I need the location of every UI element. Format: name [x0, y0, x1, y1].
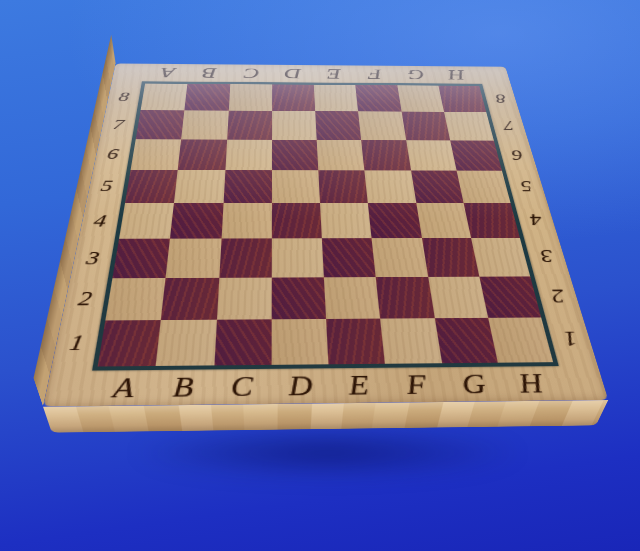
square-g5 [411, 170, 464, 203]
file-label-b: B [151, 369, 213, 405]
rank-label-4: 4 [514, 203, 558, 238]
square-h3 [471, 238, 530, 276]
square-e8 [314, 85, 358, 112]
file-label-f: F [386, 367, 448, 402]
square-a2 [105, 278, 165, 321]
square-f7 [358, 111, 405, 139]
chessboard: ABCDEFGH ABCDEFGH 87654321 87654321 [43, 63, 608, 406]
square-c7 [227, 111, 272, 140]
square-a5 [125, 170, 178, 203]
square-h7 [444, 112, 494, 140]
rank-labels-right: 87654321 [483, 86, 597, 362]
rank-label-3: 3 [524, 238, 570, 276]
rank-label-2: 2 [534, 276, 582, 317]
square-g8 [397, 85, 444, 112]
square-b5 [174, 170, 225, 203]
board-top-face: ABCDEFGH ABCDEFGH 87654321 87654321 [43, 63, 608, 406]
square-d7 [272, 111, 317, 140]
square-e1 [326, 318, 385, 364]
square-h2 [479, 276, 541, 318]
square-b2 [161, 277, 219, 319]
file-label-g: G [442, 367, 506, 402]
file-label-d: D [272, 65, 314, 83]
square-g1 [434, 318, 497, 364]
file-labels-bottom: ABCDEFGH [91, 366, 563, 406]
square-b3 [166, 239, 221, 278]
square-f5 [365, 170, 416, 203]
file-label-h: H [434, 66, 479, 84]
file-label-e: E [313, 65, 355, 83]
file-label-c: C [230, 64, 272, 82]
square-f6 [361, 140, 410, 171]
square-h4 [463, 203, 520, 238]
file-label-h: H [498, 366, 563, 401]
file-label-b: B [188, 64, 231, 82]
file-label-d: D [271, 368, 330, 404]
square-h8 [438, 86, 486, 113]
square-f8 [355, 85, 401, 112]
rank-label-1: 1 [546, 317, 597, 362]
file-label-f: F [353, 65, 396, 83]
square-c1 [214, 319, 272, 365]
square-g7 [401, 112, 450, 140]
square-d8 [272, 84, 315, 111]
square-d4 [272, 203, 322, 239]
photo-background: ABCDEFGH ABCDEFGH 87654321 87654321 [0, 0, 640, 551]
square-d3 [272, 238, 324, 277]
square-c2 [216, 277, 271, 319]
rank-label-6: 6 [93, 139, 132, 170]
square-d2 [271, 277, 326, 319]
square-e5 [318, 170, 368, 203]
square-e4 [320, 203, 372, 238]
rank-label-7: 7 [100, 110, 137, 139]
square-g6 [406, 140, 457, 170]
square-a6 [131, 139, 182, 170]
file-label-c: C [212, 369, 272, 405]
file-label-a: A [145, 64, 189, 82]
square-b7 [181, 111, 228, 140]
square-g3 [421, 238, 479, 276]
square-a4 [119, 203, 174, 239]
square-g4 [416, 203, 471, 238]
square-b6 [178, 139, 227, 170]
file-label-a: A [91, 370, 155, 406]
squares-grid [98, 84, 553, 367]
playing-area-border [92, 81, 559, 370]
rank-label-8: 8 [106, 83, 142, 110]
square-f1 [380, 318, 441, 364]
square-f2 [376, 276, 434, 318]
square-h6 [450, 140, 502, 170]
square-e6 [317, 140, 365, 171]
square-g2 [428, 276, 488, 318]
square-d1 [271, 319, 328, 365]
file-label-g: G [394, 66, 438, 84]
square-e7 [315, 111, 361, 140]
square-f3 [372, 238, 428, 276]
square-b1 [156, 319, 217, 365]
square-d6 [272, 139, 319, 170]
square-a8 [141, 84, 188, 111]
square-b4 [170, 203, 223, 239]
square-f4 [368, 203, 421, 238]
square-h1 [488, 317, 553, 362]
file-label-e: E [329, 368, 390, 404]
square-d5 [272, 170, 320, 203]
square-c3 [219, 239, 272, 278]
square-c5 [223, 170, 272, 203]
square-c4 [221, 203, 272, 239]
square-b8 [185, 84, 230, 111]
square-c8 [228, 84, 272, 111]
square-a3 [112, 239, 170, 278]
square-a1 [98, 320, 161, 367]
square-e2 [324, 277, 380, 319]
square-c6 [225, 139, 272, 170]
square-h5 [456, 170, 510, 203]
square-a7 [136, 110, 185, 139]
square-e3 [322, 238, 376, 277]
rank-label-5: 5 [86, 170, 127, 203]
